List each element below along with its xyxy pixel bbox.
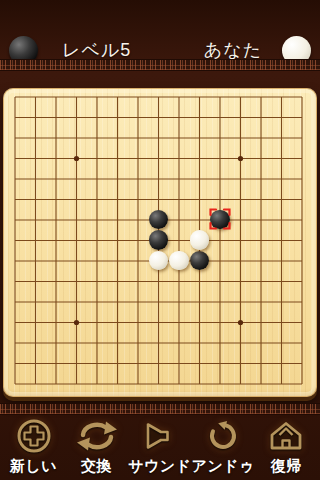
- home-label: 復帰: [271, 457, 302, 476]
- undo-button[interactable]: アンドゥ: [192, 416, 255, 476]
- swap-button[interactable]: 交換: [65, 416, 128, 476]
- sound-label: サウンド: [128, 457, 191, 476]
- last-move-marker: [208, 207, 232, 231]
- home-button[interactable]: 復帰: [255, 416, 318, 476]
- undo-icon: [203, 416, 243, 456]
- stone-black: [149, 210, 169, 230]
- sound-icon: [140, 416, 180, 456]
- home-icon: [264, 416, 308, 456]
- stone-white: [149, 251, 169, 271]
- stone-black: [149, 230, 169, 250]
- stone-black: [190, 251, 210, 271]
- meander-border-top: [0, 59, 320, 71]
- new-game-button[interactable]: 新しい: [2, 416, 65, 476]
- board-grid[interactable]: [5, 86, 313, 394]
- swap-label: 交換: [81, 457, 112, 476]
- undo-label: アンドゥ: [192, 457, 255, 476]
- goban: [3, 88, 317, 397]
- app-screen: レベル5 あなた 新しい 交換: [0, 0, 320, 480]
- toolbar: 新しい 交換 サウンド アンドゥ: [0, 414, 320, 480]
- sound-button[interactable]: サウンド: [128, 416, 191, 476]
- stone-white: [169, 251, 189, 271]
- new-game-label: 新しい: [10, 457, 57, 476]
- stone-white: [190, 230, 210, 250]
- new-game-icon: [14, 416, 54, 456]
- swap-icon: [73, 416, 121, 456]
